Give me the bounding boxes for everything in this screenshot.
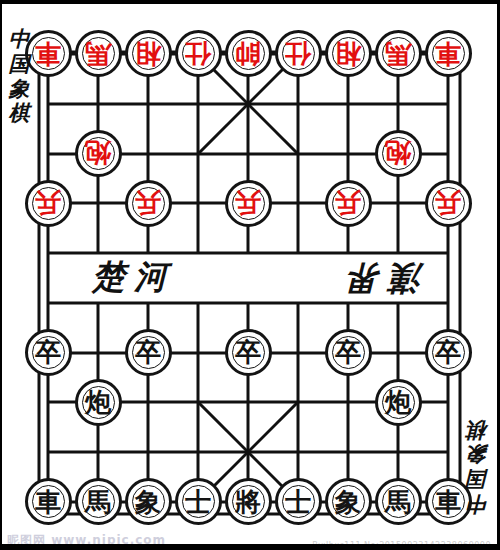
piece-black-advisor-right[interactable]: 士: [275, 478, 322, 525]
piece-black-cannon-left[interactable]: 炮: [75, 379, 122, 426]
piece-red-horse-right[interactable]: 馬: [375, 30, 422, 77]
piece-red-soldier-5[interactable]: 兵: [425, 180, 472, 227]
piece-inner-ring: 馬: [82, 37, 115, 70]
piece-black-advisor-left[interactable]: 士: [175, 478, 222, 525]
piece-glyph: 相: [335, 41, 361, 67]
piece-red-soldier-4[interactable]: 兵: [325, 180, 372, 227]
piece-red-elephant-left[interactable]: 相: [125, 30, 172, 77]
piece-inner-ring: 炮: [82, 137, 115, 170]
piece-black-soldier-4[interactable]: 卒: [325, 329, 372, 376]
caption-char: 象: [6, 77, 32, 102]
piece-inner-ring: 將: [232, 485, 265, 518]
piece-glyph: 兵: [435, 190, 461, 216]
piece-inner-ring: 卒: [232, 336, 265, 369]
piece-glyph: 卒: [35, 339, 61, 365]
piece-glyph: 相: [135, 41, 161, 67]
caption-char: 国: [465, 467, 491, 492]
piece-glyph: 仕: [285, 41, 311, 67]
piece-glyph: 車: [35, 489, 61, 515]
river-label-han-jie: 漢界: [340, 262, 424, 295]
piece-inner-ring: 馬: [82, 485, 115, 518]
piece-inner-ring: 車: [432, 485, 465, 518]
river-label-chu-he: 楚河: [92, 260, 176, 293]
piece-red-soldier-2[interactable]: 兵: [125, 180, 172, 227]
piece-red-advisor-left[interactable]: 仕: [175, 30, 222, 77]
piece-inner-ring: 車: [32, 485, 65, 518]
piece-inner-ring: 相: [132, 37, 165, 70]
caption-left: 中国象棋: [6, 27, 32, 126]
piece-inner-ring: 士: [182, 485, 215, 518]
piece-glyph: 仕: [185, 41, 211, 67]
piece-glyph: 兵: [35, 190, 61, 216]
piece-inner-ring: 帥: [232, 37, 265, 70]
piece-black-cannon-right[interactable]: 炮: [375, 379, 422, 426]
piece-inner-ring: 士: [282, 485, 315, 518]
piece-red-advisor-right[interactable]: 仕: [275, 30, 322, 77]
caption-char: 国: [6, 52, 32, 77]
piece-glyph: 象: [335, 489, 361, 515]
piece-inner-ring: 兵: [32, 187, 65, 220]
piece-black-horse-right[interactable]: 馬: [375, 478, 422, 525]
piece-glyph: 車: [35, 41, 61, 67]
piece-inner-ring: 卒: [432, 336, 465, 369]
piece-inner-ring: 卒: [332, 336, 365, 369]
piece-red-horse-left[interactable]: 馬: [75, 30, 122, 77]
piece-glyph: 將: [235, 489, 261, 515]
piece-inner-ring: 相: [332, 37, 365, 70]
caption-char: 棋: [465, 417, 491, 442]
piece-inner-ring: 象: [132, 485, 165, 518]
piece-glyph: 車: [435, 489, 461, 515]
piece-glyph: 兵: [235, 190, 261, 216]
piece-black-elephant-left[interactable]: 象: [125, 478, 172, 525]
piece-glyph: 卒: [335, 339, 361, 365]
piece-inner-ring: 車: [32, 37, 65, 70]
piece-inner-ring: 仕: [282, 37, 315, 70]
piece-glyph: 卒: [235, 339, 261, 365]
caption-char: 中: [465, 491, 491, 516]
piece-inner-ring: 兵: [432, 187, 465, 220]
piece-inner-ring: 馬: [382, 485, 415, 518]
piece-glyph: 兵: [335, 190, 361, 216]
piece-inner-ring: 炮: [382, 386, 415, 419]
piece-red-cannon-right[interactable]: 炮: [375, 130, 422, 177]
piece-glyph: 象: [135, 489, 161, 515]
piece-glyph: 炮: [85, 389, 111, 415]
piece-inner-ring: 兵: [232, 187, 265, 220]
piece-red-chariot-right[interactable]: 車: [425, 30, 472, 77]
piece-glyph: 卒: [435, 339, 461, 365]
piece-glyph: 炮: [85, 140, 111, 166]
caption-char: 中: [6, 27, 32, 52]
piece-inner-ring: 仕: [182, 37, 215, 70]
piece-glyph: 車: [435, 41, 461, 67]
piece-black-general[interactable]: 將: [225, 478, 272, 525]
piece-inner-ring: 炮: [382, 137, 415, 170]
piece-inner-ring: 卒: [132, 336, 165, 369]
piece-red-soldier-3[interactable]: 兵: [225, 180, 272, 227]
watermark-credit: By:lbxs111 No:20150923142238069000: [312, 541, 491, 550]
piece-black-chariot-left[interactable]: 車: [25, 478, 72, 525]
piece-glyph: 馬: [85, 41, 111, 67]
piece-black-soldier-3[interactable]: 卒: [225, 329, 272, 376]
piece-red-soldier-1[interactable]: 兵: [25, 180, 72, 227]
caption-right: 中国象棋: [465, 417, 491, 516]
piece-glyph: 馬: [385, 489, 411, 515]
piece-glyph: 兵: [135, 190, 161, 216]
piece-glyph: 馬: [385, 41, 411, 67]
piece-glyph: 馬: [85, 489, 111, 515]
xiangqi-diagram: 車馬相仕帥仕相馬車炮炮兵兵兵兵兵卒卒卒卒卒炮炮車馬象士將士象馬車 中国象棋 中国…: [0, 0, 500, 550]
piece-black-horse-left[interactable]: 馬: [75, 478, 122, 525]
piece-red-elephant-right[interactable]: 相: [325, 30, 372, 77]
piece-glyph: 士: [285, 489, 311, 515]
piece-glyph: 士: [185, 489, 211, 515]
piece-inner-ring: 象: [332, 485, 365, 518]
piece-glyph: 帥: [235, 41, 261, 67]
piece-glyph: 卒: [135, 339, 161, 365]
piece-glyph: 炮: [385, 389, 411, 415]
piece-black-soldier-5[interactable]: 卒: [425, 329, 472, 376]
caption-char: 象: [465, 442, 491, 467]
piece-black-soldier-1[interactable]: 卒: [25, 329, 72, 376]
piece-inner-ring: 馬: [382, 37, 415, 70]
piece-inner-ring: 炮: [82, 386, 115, 419]
piece-black-soldier-2[interactable]: 卒: [125, 329, 172, 376]
piece-inner-ring: 兵: [132, 187, 165, 220]
piece-red-general[interactable]: 帥: [225, 30, 272, 77]
watermark-site: 昵图网 www.nipic.com: [7, 532, 166, 549]
caption-char: 棋: [6, 101, 32, 126]
piece-inner-ring: 車: [432, 37, 465, 70]
piece-inner-ring: 卒: [32, 336, 65, 369]
piece-black-elephant-right[interactable]: 象: [325, 478, 372, 525]
piece-inner-ring: 兵: [332, 187, 365, 220]
piece-red-cannon-left[interactable]: 炮: [75, 130, 122, 177]
piece-glyph: 炮: [385, 140, 411, 166]
